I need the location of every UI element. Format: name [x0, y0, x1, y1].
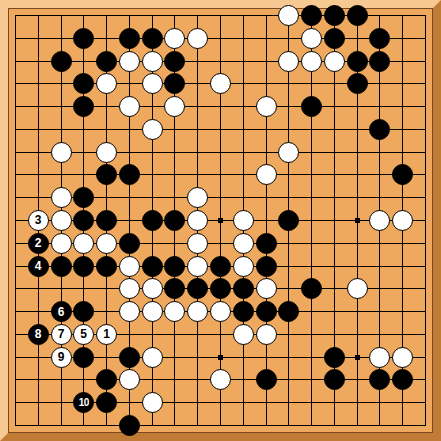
stone-white: [142, 73, 163, 94]
stone-white: [142, 119, 163, 140]
stone-white: [278, 142, 299, 163]
stone-white: [278, 51, 299, 72]
stone-white: [256, 96, 277, 117]
stone-white: [301, 28, 322, 49]
star-point: [355, 218, 360, 223]
stone-white: [187, 256, 208, 277]
stone-black: [73, 210, 94, 231]
stone-black: [324, 347, 345, 368]
stone-black: [233, 301, 254, 322]
stone-white: [142, 392, 163, 413]
move-number-label: 10: [79, 398, 89, 408]
stone-black: [301, 96, 322, 117]
stone-black: [256, 369, 277, 390]
stone-white: [233, 256, 254, 277]
move-2-stone-black: 2: [28, 233, 49, 254]
move-6-stone-black: 6: [51, 301, 72, 322]
stone-black: [119, 347, 140, 368]
stone-white: [256, 164, 277, 185]
stone-white: [187, 210, 208, 231]
stone-white: [142, 347, 163, 368]
move-number-label: 5: [80, 328, 87, 340]
stone-white: [96, 142, 117, 163]
stone-white: [119, 96, 140, 117]
stone-black: [142, 210, 163, 231]
stone-black: [347, 73, 368, 94]
stone-white: [210, 301, 231, 322]
stone-black: [96, 51, 117, 72]
stone-white: [119, 51, 140, 72]
stone-black: [347, 51, 368, 72]
stone-white: [210, 73, 231, 94]
stone-white: [233, 210, 254, 231]
stone-black: [119, 28, 140, 49]
move-1-stone-white: 1: [96, 324, 117, 345]
stone-white: [119, 278, 140, 299]
stone-white: [51, 210, 72, 231]
stone-black: [256, 233, 277, 254]
move-number-label: 3: [35, 214, 42, 226]
stone-black: [164, 256, 185, 277]
star-point: [218, 355, 223, 360]
stone-black: [142, 28, 163, 49]
move-number-label: 9: [58, 351, 65, 363]
stone-white: [164, 28, 185, 49]
stone-black: [51, 256, 72, 277]
grid-line-v: [425, 15, 426, 426]
move-number-label: 8: [35, 328, 42, 340]
stone-black: [142, 256, 163, 277]
stone-white: [51, 142, 72, 163]
stone-black: [73, 28, 94, 49]
move-number-label: 6: [58, 306, 65, 318]
stone-white: [233, 233, 254, 254]
stone-black: [233, 278, 254, 299]
grid-line-v: [266, 15, 267, 426]
stone-white: [392, 347, 413, 368]
stone-black: [164, 51, 185, 72]
stone-white: [347, 278, 368, 299]
stone-black: [256, 256, 277, 277]
stone-black: [369, 51, 390, 72]
stone-black: [73, 256, 94, 277]
stone-white: [187, 28, 208, 49]
stone-white: [324, 51, 345, 72]
move-number-label: 2: [35, 237, 42, 249]
stone-white: [256, 278, 277, 299]
stone-white: [142, 301, 163, 322]
move-number-label: 4: [35, 260, 42, 272]
stone-white: [51, 233, 72, 254]
stone-black: [96, 210, 117, 231]
move-number-label: 1: [103, 328, 110, 340]
stone-white: [392, 210, 413, 231]
stone-white: [369, 347, 390, 368]
stone-black: [210, 256, 231, 277]
star-point: [218, 218, 223, 223]
go-board-diagram: 32468751910: [0, 0, 441, 441]
stone-black: [73, 347, 94, 368]
stone-white: [119, 301, 140, 322]
stone-white: [233, 324, 254, 345]
grid-line-v: [311, 15, 312, 426]
stone-black: [347, 5, 368, 26]
stone-white: [301, 51, 322, 72]
stone-white: [187, 301, 208, 322]
move-9-stone-white: 9: [51, 347, 72, 368]
stone-black: [256, 301, 277, 322]
move-7-stone-white: 7: [51, 324, 72, 345]
star-point: [355, 355, 360, 360]
stone-white: [142, 278, 163, 299]
stone-white: [142, 51, 163, 72]
stone-black: [369, 28, 390, 49]
move-number-label: 7: [58, 328, 65, 340]
stone-black: [51, 51, 72, 72]
stone-white: [51, 187, 72, 208]
move-5-stone-white: 5: [73, 324, 94, 345]
stone-black: [324, 5, 345, 26]
stone-black: [119, 415, 140, 436]
stone-black: [301, 5, 322, 26]
move-3-stone-white: 3: [28, 210, 49, 231]
stone-white: [187, 233, 208, 254]
stone-black: [324, 28, 345, 49]
grid-line-h: [15, 425, 426, 426]
stone-white: [73, 233, 94, 254]
stone-white: [256, 324, 277, 345]
move-8-stone-black: 8: [28, 324, 49, 345]
stone-black: [96, 256, 117, 277]
move-4-stone-black: 4: [28, 256, 49, 277]
stone-white: [96, 233, 117, 254]
stone-white: [119, 256, 140, 277]
stone-black: [119, 233, 140, 254]
